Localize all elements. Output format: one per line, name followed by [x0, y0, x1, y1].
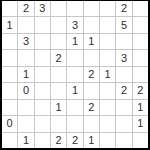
empty-cell-r1c5[interactable] [67, 1, 82, 16]
empty-cell-r5c8[interactable] [116, 67, 131, 82]
empty-cell-r8c7[interactable] [100, 116, 115, 131]
empty-cell-r6c1[interactable] [2, 83, 17, 98]
puzzle-board: 232135311231210122121011221 [0, 0, 150, 150]
empty-cell-r4c6[interactable] [84, 50, 99, 65]
empty-cell-r8c5[interactable] [67, 116, 82, 131]
clue-cell-r8c9: 1 [133, 116, 148, 131]
clue-cell-r2c1: 1 [2, 17, 17, 32]
clue-cell-r9c2: 1 [18, 133, 33, 148]
empty-cell-r7c7[interactable] [100, 100, 115, 115]
empty-cell-r1c1[interactable] [2, 1, 17, 16]
clue-cell-r6c5: 1 [67, 83, 82, 98]
empty-cell-r1c6[interactable] [84, 1, 99, 16]
clue-cell-r3c6: 1 [84, 34, 99, 49]
clue-cell-r1c3: 3 [35, 1, 50, 16]
empty-cell-r6c3[interactable] [35, 83, 50, 98]
empty-cell-r8c6[interactable] [84, 116, 99, 131]
clue-cell-r2c5: 3 [67, 17, 82, 32]
empty-cell-r6c6[interactable] [84, 83, 99, 98]
empty-cell-r3c8[interactable] [116, 34, 131, 49]
clue-cell-r1c2: 2 [18, 1, 33, 16]
clue-cell-r5c7: 1 [100, 67, 115, 82]
empty-cell-r1c4[interactable] [51, 1, 66, 16]
empty-cell-r9c8[interactable] [116, 133, 131, 148]
empty-cell-r5c9[interactable] [133, 67, 148, 82]
clue-cell-r7c6: 2 [84, 100, 99, 115]
empty-cell-r6c7[interactable] [100, 83, 115, 98]
empty-cell-r9c9[interactable] [133, 133, 148, 148]
empty-cell-r7c2[interactable] [18, 100, 33, 115]
empty-cell-r4c7[interactable] [100, 50, 115, 65]
empty-cell-r4c9[interactable] [133, 50, 148, 65]
empty-cell-r8c4[interactable] [51, 116, 66, 131]
empty-cell-r8c3[interactable] [35, 116, 50, 131]
empty-cell-r5c5[interactable] [67, 67, 82, 82]
empty-cell-r2c9[interactable] [133, 17, 148, 32]
clue-cell-r6c8: 2 [116, 83, 131, 98]
empty-cell-r7c5[interactable] [67, 100, 82, 115]
empty-cell-r9c1[interactable] [2, 133, 17, 148]
empty-cell-r5c3[interactable] [35, 67, 50, 82]
clue-cell-r6c2: 0 [18, 83, 33, 98]
clue-cell-r7c4: 1 [51, 100, 66, 115]
empty-cell-r4c5[interactable] [67, 50, 82, 65]
clue-cell-r1c8: 2 [116, 1, 131, 16]
empty-cell-r9c7[interactable] [100, 133, 115, 148]
empty-cell-r2c2[interactable] [18, 17, 33, 32]
clue-cell-r9c4: 2 [51, 133, 66, 148]
clue-cell-r9c6: 1 [84, 133, 99, 148]
empty-cell-r1c9[interactable] [133, 1, 148, 16]
empty-cell-r7c1[interactable] [2, 100, 17, 115]
empty-cell-r2c4[interactable] [51, 17, 66, 32]
empty-cell-r3c9[interactable] [133, 34, 148, 49]
empty-cell-r6c4[interactable] [51, 83, 66, 98]
empty-cell-r4c3[interactable] [35, 50, 50, 65]
empty-cell-r3c4[interactable] [51, 34, 66, 49]
empty-cell-r3c1[interactable] [2, 34, 17, 49]
empty-cell-r8c2[interactable] [18, 116, 33, 131]
clue-cell-r9c5: 2 [67, 133, 82, 148]
empty-cell-r4c2[interactable] [18, 50, 33, 65]
empty-cell-r3c7[interactable] [100, 34, 115, 49]
clue-cell-r5c2: 1 [18, 67, 33, 82]
clue-cell-r3c2: 3 [18, 34, 33, 49]
empty-cell-r2c7[interactable] [100, 17, 115, 32]
empty-cell-r7c3[interactable] [35, 100, 50, 115]
empty-cell-r5c4[interactable] [51, 67, 66, 82]
clue-cell-r8c1: 0 [2, 116, 17, 131]
empty-cell-r7c8[interactable] [116, 100, 131, 115]
empty-cell-r1c7[interactable] [100, 1, 115, 16]
empty-cell-r2c3[interactable] [35, 17, 50, 32]
empty-cell-r4c1[interactable] [2, 50, 17, 65]
empty-cell-r8c8[interactable] [116, 116, 131, 131]
empty-cell-r2c6[interactable] [84, 17, 99, 32]
clue-cell-r4c8: 3 [116, 50, 131, 65]
clue-cell-r4c4: 2 [51, 50, 66, 65]
empty-cell-r9c3[interactable] [35, 133, 50, 148]
clue-cell-r2c8: 5 [116, 17, 131, 32]
clue-cell-r6c9: 2 [133, 83, 148, 98]
clue-cell-r3c5: 1 [67, 34, 82, 49]
empty-cell-r3c3[interactable] [35, 34, 50, 49]
clue-cell-r7c9: 1 [133, 100, 148, 115]
clue-cell-r5c6: 2 [84, 67, 99, 82]
empty-cell-r5c1[interactable] [2, 67, 17, 82]
